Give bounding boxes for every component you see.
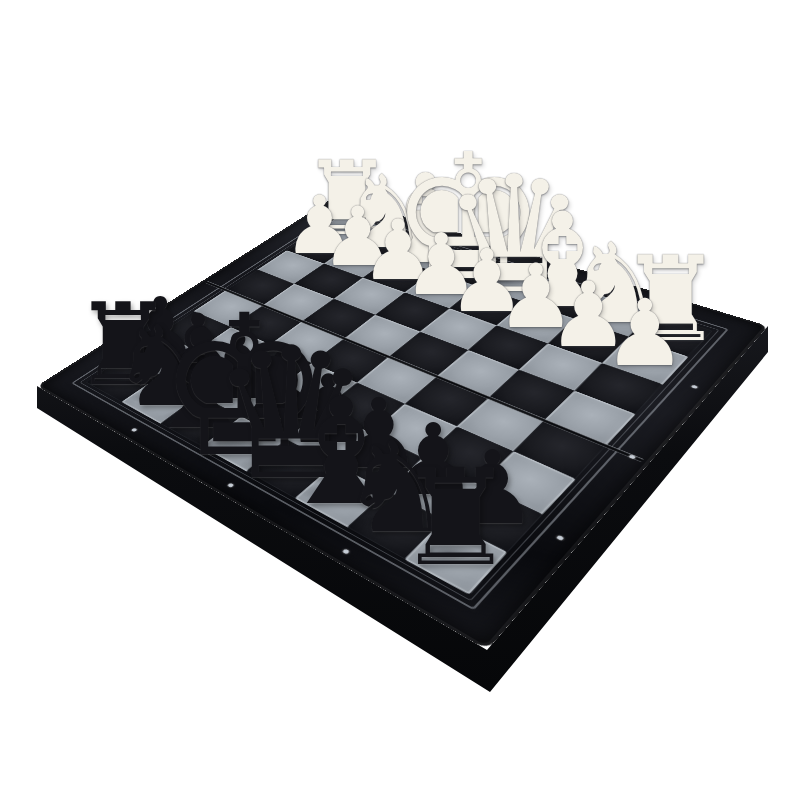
chess-set-photo: ♜♞♝♛♚♝♞♜♟♟♟♟♟♟♟♟♟♟♟♟♟♟♟♟♜♞♝♛♚♝♞♜ [0,0,800,800]
